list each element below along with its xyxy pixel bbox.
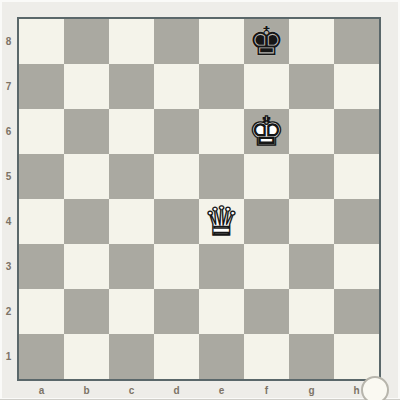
square-f8[interactable]: ♚ xyxy=(244,19,289,64)
square-d2[interactable] xyxy=(154,289,199,334)
square-f2[interactable] xyxy=(244,289,289,334)
square-h4[interactable] xyxy=(334,199,379,244)
square-b3[interactable] xyxy=(64,244,109,289)
square-a8[interactable] xyxy=(19,19,64,64)
square-e2[interactable] xyxy=(199,289,244,334)
square-h1[interactable] xyxy=(334,334,379,379)
square-d8[interactable] xyxy=(154,19,199,64)
square-h2[interactable] xyxy=(334,289,379,334)
square-h6[interactable] xyxy=(334,109,379,154)
square-c6[interactable] xyxy=(109,109,154,154)
rank-label-1: 1 xyxy=(0,334,17,379)
file-label-a: a xyxy=(19,381,64,399)
square-h5[interactable] xyxy=(334,154,379,199)
square-c7[interactable] xyxy=(109,64,154,109)
square-b2[interactable] xyxy=(64,289,109,334)
square-d4[interactable] xyxy=(154,199,199,244)
chess-diagram: 87654321 ♚♚♛ abcdefgh xyxy=(0,0,400,400)
square-b1[interactable] xyxy=(64,334,109,379)
square-g7[interactable] xyxy=(289,64,334,109)
square-g1[interactable] xyxy=(289,334,334,379)
square-g6[interactable] xyxy=(289,109,334,154)
square-c1[interactable] xyxy=(109,334,154,379)
rank-label-7: 7 xyxy=(0,64,17,109)
square-c5[interactable] xyxy=(109,154,154,199)
rank-label-8: 8 xyxy=(0,19,17,64)
square-d1[interactable] xyxy=(154,334,199,379)
square-a4[interactable] xyxy=(19,199,64,244)
square-g8[interactable] xyxy=(289,19,334,64)
white-queen[interactable]: ♛ xyxy=(204,199,240,244)
square-f3[interactable] xyxy=(244,244,289,289)
chess-board[interactable]: ♚♚♛ xyxy=(17,17,381,381)
square-a2[interactable] xyxy=(19,289,64,334)
square-c2[interactable] xyxy=(109,289,154,334)
square-a5[interactable] xyxy=(19,154,64,199)
square-b5[interactable] xyxy=(64,154,109,199)
rank-label-3: 3 xyxy=(0,244,17,289)
square-d3[interactable] xyxy=(154,244,199,289)
rank-label-6: 6 xyxy=(0,109,17,154)
black-king[interactable]: ♚ xyxy=(249,19,285,64)
square-a6[interactable] xyxy=(19,109,64,154)
rank-label-2: 2 xyxy=(0,289,17,334)
square-g4[interactable] xyxy=(289,199,334,244)
square-a7[interactable] xyxy=(19,64,64,109)
white-to-move-indicator xyxy=(361,376,389,400)
file-label-b: b xyxy=(64,381,109,399)
square-f7[interactable] xyxy=(244,64,289,109)
square-d6[interactable] xyxy=(154,109,199,154)
square-a1[interactable] xyxy=(19,334,64,379)
file-label-e: e xyxy=(199,381,244,399)
file-label-d: d xyxy=(154,381,199,399)
square-b6[interactable] xyxy=(64,109,109,154)
square-e1[interactable] xyxy=(199,334,244,379)
square-h3[interactable] xyxy=(334,244,379,289)
file-label-g: g xyxy=(289,381,334,399)
square-h8[interactable] xyxy=(334,19,379,64)
rank-labels: 87654321 xyxy=(0,19,17,379)
square-d7[interactable] xyxy=(154,64,199,109)
square-a3[interactable] xyxy=(19,244,64,289)
square-e8[interactable] xyxy=(199,19,244,64)
square-e7[interactable] xyxy=(199,64,244,109)
square-f4[interactable] xyxy=(244,199,289,244)
square-c3[interactable] xyxy=(109,244,154,289)
file-labels: abcdefgh xyxy=(19,381,379,399)
square-c4[interactable] xyxy=(109,199,154,244)
square-f6[interactable]: ♚ xyxy=(244,109,289,154)
square-e5[interactable] xyxy=(199,154,244,199)
square-h7[interactable] xyxy=(334,64,379,109)
square-g2[interactable] xyxy=(289,289,334,334)
square-b4[interactable] xyxy=(64,199,109,244)
square-g3[interactable] xyxy=(289,244,334,289)
square-d5[interactable] xyxy=(154,154,199,199)
square-e6[interactable] xyxy=(199,109,244,154)
square-f5[interactable] xyxy=(244,154,289,199)
square-b8[interactable] xyxy=(64,19,109,64)
file-label-f: f xyxy=(244,381,289,399)
rank-label-5: 5 xyxy=(0,154,17,199)
rank-label-4: 4 xyxy=(0,199,17,244)
square-e4[interactable]: ♛ xyxy=(199,199,244,244)
square-c8[interactable] xyxy=(109,19,154,64)
file-label-c: c xyxy=(109,381,154,399)
square-f1[interactable] xyxy=(244,334,289,379)
square-b7[interactable] xyxy=(64,64,109,109)
square-e3[interactable] xyxy=(199,244,244,289)
square-g5[interactable] xyxy=(289,154,334,199)
white-king[interactable]: ♚ xyxy=(249,109,285,154)
